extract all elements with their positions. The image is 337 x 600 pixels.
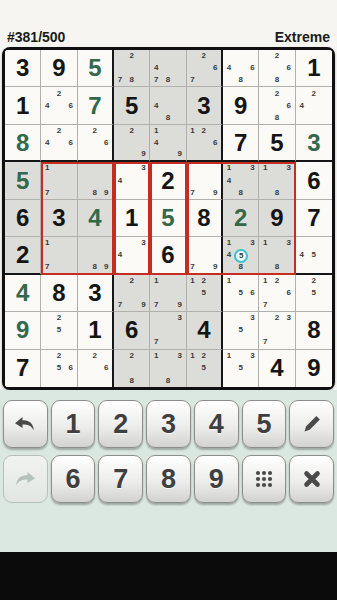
cell-r7c6[interactable]: 125 <box>187 275 223 312</box>
pencil-mark: 7 <box>187 187 198 199</box>
pencil-mark: 4 <box>223 249 235 261</box>
pencil-mark: 8 <box>126 74 138 86</box>
pencil-mark: 9 <box>210 261 221 273</box>
cell-r8c2[interactable]: 25 <box>41 312 77 349</box>
given-value: 6 <box>161 243 174 267</box>
pencil-mark: 7 <box>259 336 271 348</box>
given-value: 7 <box>307 206 320 230</box>
pencil-mark: 8 <box>235 74 247 86</box>
pencil-mark: 7 <box>41 187 53 199</box>
cell-r3c3[interactable]: 26 <box>78 125 114 162</box>
cell-r5c3[interactable]: 4 <box>78 200 114 237</box>
cell-r2c7[interactable]: 9 <box>223 87 259 124</box>
number-button-4[interactable]: 4 <box>194 400 239 448</box>
pencil-mark: 4 <box>150 100 162 112</box>
number-button-3[interactable]: 3 <box>146 400 191 448</box>
pencil-mark: 4 <box>223 62 235 74</box>
pencil-mark: 8 <box>162 74 174 86</box>
pencil-mark: 6 <box>65 137 77 149</box>
pencil-mark: 9 <box>210 187 221 199</box>
given-value: 9 <box>270 206 283 230</box>
pencil-mark: 6 <box>210 62 221 74</box>
undo-button[interactable] <box>3 400 48 448</box>
given-value: 6 <box>16 206 29 230</box>
pencil-mark: 8 <box>235 261 247 273</box>
pencil-mark: 7 <box>187 261 198 273</box>
cell-r4c1[interactable]: 5 <box>5 162 41 199</box>
pencil-mark: 5 <box>235 324 247 336</box>
cell-r6c6[interactable]: 79 <box>187 237 223 274</box>
cell-r4c8[interactable]: 138 <box>259 162 295 199</box>
cell-r2c8[interactable]: 268 <box>259 87 295 124</box>
pencil-mark: 6 <box>283 62 295 74</box>
pencil-mark: 1 <box>150 350 162 362</box>
pencil-mark: 2 <box>271 87 283 99</box>
pencil-mark: 8 <box>271 112 283 124</box>
cell-r9c1[interactable]: 7 <box>5 350 41 387</box>
pencil-mark: 2 <box>53 350 65 362</box>
pencil-mark: 1 <box>223 162 235 174</box>
cell-r9c5[interactable]: 138 <box>150 350 186 387</box>
cell-r4c9[interactable]: 6 <box>296 162 332 199</box>
cell-r7c7[interactable]: 156 <box>223 275 259 312</box>
pencil-mark: 7 <box>114 74 126 86</box>
cell-r2c2[interactable]: 246 <box>41 87 77 124</box>
given-value: 3 <box>52 206 65 230</box>
cell-r4c4[interactable]: 34 <box>114 162 150 199</box>
entered-value: 4 <box>16 281 29 305</box>
pencil-mark: 6 <box>65 100 77 112</box>
entered-value: 3 <box>307 131 320 155</box>
pencil-button[interactable] <box>289 400 334 448</box>
cell-r2c6[interactable]: 3 <box>187 87 223 124</box>
toolbar-row-2: 6 7 8 9 <box>3 455 334 503</box>
pencil-mark: 1 <box>150 125 162 137</box>
pencil-mark: 6 <box>101 137 112 149</box>
pencil-mark: 5 <box>53 362 65 374</box>
entered-value: 5 <box>88 56 101 80</box>
difficulty-label: Extreme <box>275 29 330 45</box>
entered-value: 4 <box>88 206 101 230</box>
pencil-mark: 5 <box>308 287 320 299</box>
cell-r8c9[interactable]: 8 <box>296 312 332 349</box>
cell-r3c1[interactable]: 8 <box>5 125 41 162</box>
cell-r3c6[interactable]: 126 <box>187 125 223 162</box>
redo-button[interactable] <box>3 455 48 503</box>
cell-r8c5[interactable]: 37 <box>150 312 186 349</box>
given-value: 2 <box>161 169 174 193</box>
given-value: 1 <box>88 318 101 342</box>
sudoku-grid: 3952784782674682681124675483926824824626… <box>5 50 332 387</box>
number-button-8[interactable]: 8 <box>146 455 191 503</box>
pencil-mark: 2 <box>198 275 209 287</box>
given-value: 1 <box>307 56 320 80</box>
cell-r1c9[interactable]: 1 <box>296 50 332 87</box>
pencil-mark: 9 <box>174 148 186 160</box>
pencil-mark: 1 <box>187 350 198 362</box>
pencil-mark: 8 <box>126 374 138 386</box>
cell-r2c5[interactable]: 48 <box>150 87 186 124</box>
pencil-mark: 3 <box>174 350 186 362</box>
pencil-mark: 8 <box>271 187 283 199</box>
pencil-mark: 4 <box>114 249 126 261</box>
number-button-2[interactable]: 2 <box>98 400 143 448</box>
clear-x-icon <box>299 466 325 492</box>
cell-r6c3[interactable]: 89 <box>78 237 114 274</box>
pencil-mark: 6 <box>283 100 295 112</box>
cell-r5c8[interactable]: 9 <box>259 200 295 237</box>
pencil-mark: 5 <box>198 287 209 299</box>
pencil-mark: 2 <box>126 50 138 62</box>
pencil-mark: 4 <box>296 100 308 112</box>
cell-r3c2[interactable]: 246 <box>41 125 77 162</box>
pencil-mark: 7 <box>187 74 198 86</box>
pencil-mark: 1 <box>223 350 235 362</box>
cell-r4c6[interactable]: 79 <box>187 162 223 199</box>
cell-r8c1[interactable]: 9 <box>5 312 41 349</box>
cell-r1c6[interactable]: 267 <box>187 50 223 87</box>
entered-value: 7 <box>88 94 101 118</box>
cell-r5c5[interactable]: 5 <box>150 200 186 237</box>
pencil-mark: 6 <box>283 287 295 299</box>
ad-bar: HAY DAY 号召所有 青年到农村去 做个农民 <box>0 552 337 600</box>
cell-r7c1[interactable]: 4 <box>5 275 41 312</box>
given-value: 7 <box>234 131 247 155</box>
puzzle-number: #381/500 <box>7 29 65 45</box>
cell-r9c6[interactable]: 125 <box>187 350 223 387</box>
cell-r1c4[interactable]: 278 <box>114 50 150 87</box>
pencil-mark: 8 <box>162 374 174 386</box>
cell-r5c4[interactable]: 1 <box>114 200 150 237</box>
number-button-6[interactable]: 6 <box>51 455 96 503</box>
given-value: 3 <box>197 94 210 118</box>
pencil-mark: 7 <box>150 299 162 311</box>
given-value: 5 <box>270 131 283 155</box>
given-value: 7 <box>16 356 29 380</box>
cell-r7c8[interactable]: 1267 <box>259 275 295 312</box>
cell-r6c2[interactable]: 17 <box>41 237 77 274</box>
given-value: 4 <box>270 356 283 380</box>
clear-button[interactable] <box>289 455 334 503</box>
given-value: 1 <box>125 206 138 230</box>
cell-r3c9[interactable]: 3 <box>296 125 332 162</box>
cell-r7c9[interactable]: 25 <box>296 275 332 312</box>
toolbar-row-1: 1 2 3 4 5 <box>3 400 334 448</box>
pencil-mark: 3 <box>247 312 259 324</box>
pencil-mark: 4 <box>150 62 162 74</box>
given-value: 3 <box>88 281 101 305</box>
cell-r8c6[interactable]: 4 <box>187 312 223 349</box>
number-button-9[interactable]: 9 <box>194 455 239 503</box>
header: #381/500 Extreme <box>0 27 337 47</box>
keypad-button[interactable] <box>242 455 287 503</box>
cell-r7c3[interactable]: 3 <box>78 275 114 312</box>
pencil-mark: 2 <box>271 275 283 287</box>
pencil-mark: 4 <box>41 137 53 149</box>
pencil-mark: 2 <box>53 312 65 324</box>
cell-r3c7[interactable]: 7 <box>223 125 259 162</box>
pencil-mark: 7 <box>41 261 53 273</box>
cell-r9c9[interactable]: 9 <box>296 350 332 387</box>
pencil-mark: 1 <box>259 237 271 249</box>
cell-r2c9[interactable]: 24 <box>296 87 332 124</box>
pencil-mark: 8 <box>162 112 174 124</box>
cell-r8c7[interactable]: 35 <box>223 312 259 349</box>
pencil-mark: 4 <box>150 137 162 149</box>
cell-r6c9[interactable]: 45 <box>296 237 332 274</box>
pencil-mark: 7 <box>150 336 162 348</box>
pencil-mark: 3 <box>247 237 259 249</box>
pencil-mark: 2 <box>89 350 100 362</box>
cell-r6c7[interactable]: 13458 <box>223 237 259 274</box>
pencil-mark: 2 <box>308 87 320 99</box>
cell-r1c5[interactable]: 478 <box>150 50 186 87</box>
cell-r5c7[interactable]: 2 <box>223 200 259 237</box>
pencil-mark: 3 <box>247 162 259 174</box>
pencil-mark: 8 <box>271 74 283 86</box>
pencil-mark: 5 <box>308 249 320 261</box>
cell-r9c3[interactable]: 26 <box>78 350 114 387</box>
cell-r3c8[interactable]: 5 <box>259 125 295 162</box>
pencil-mark: 4 <box>114 174 126 186</box>
cell-r6c4[interactable]: 34 <box>114 237 150 274</box>
cell-r5c2[interactable]: 3 <box>41 200 77 237</box>
pencil-mark: 2 <box>126 125 138 137</box>
app-screen: { "game": "sudoku", "app": "sudoku-andro… <box>0 0 337 600</box>
pencil-mark: 1 <box>41 162 53 174</box>
entered-value: 2 <box>234 206 247 230</box>
cell-r6c5[interactable]: 6 <box>150 237 186 274</box>
pencil-mark: 5 <box>198 362 209 374</box>
cell-r3c5[interactable]: 149 <box>150 125 186 162</box>
pencil-mark: 1 <box>187 275 198 287</box>
cell-r2c4[interactable]: 5 <box>114 87 150 124</box>
given-value: 8 <box>307 318 320 342</box>
pencil-mark: 9 <box>101 187 112 199</box>
pencil-mark: 1 <box>223 275 235 287</box>
pencil-mark: 2 <box>198 350 209 362</box>
pencil-mark: 3 <box>174 312 186 324</box>
pencil-mark: 5 <box>235 287 247 299</box>
given-value: 2 <box>16 243 29 267</box>
pencil-mark: 3 <box>283 162 295 174</box>
given-value: 8 <box>197 206 210 230</box>
cell-r8c4[interactable]: 6 <box>114 312 150 349</box>
pencil-mark: 2 <box>126 275 138 287</box>
pencil-mark: 2 <box>308 275 320 287</box>
given-value: 9 <box>234 94 247 118</box>
cell-r4c2[interactable]: 17 <box>41 162 77 199</box>
cell-r7c2[interactable]: 8 <box>41 275 77 312</box>
pencil-mark: 7 <box>150 74 162 86</box>
pencil-mark: 1 <box>187 125 198 137</box>
pencil-mark: 9 <box>138 299 150 311</box>
pencil-mark: 2 <box>271 50 283 62</box>
cell-r5c1[interactable]: 6 <box>5 200 41 237</box>
entered-value: 5 <box>16 169 29 193</box>
pencil-mark: 2 <box>271 312 283 324</box>
pencil-mark: 8 <box>89 187 100 199</box>
cell-r5c6[interactable]: 8 <box>187 200 223 237</box>
cell-r1c8[interactable]: 268 <box>259 50 295 87</box>
pencil-mark: 2 <box>53 125 65 137</box>
cell-r2c3[interactable]: 7 <box>78 87 114 124</box>
pencil-icon <box>299 411 325 437</box>
number-button-5[interactable]: 5 <box>242 400 287 448</box>
undo-icon <box>12 411 38 437</box>
given-value: 6 <box>307 169 320 193</box>
given-value: 4 <box>197 318 210 342</box>
pencil-mark: 3 <box>247 350 259 362</box>
pencil-mark: 2 <box>198 125 209 137</box>
pencil-mark: 2 <box>198 50 209 62</box>
pencil-mark: 9 <box>138 148 150 160</box>
pencil-mark: 1 <box>259 162 271 174</box>
pencil-mark: 9 <box>101 261 112 273</box>
given-value: 6 <box>125 318 138 342</box>
pencil-mark: 3 <box>283 312 295 324</box>
pencil-mark: 1 <box>259 275 271 287</box>
pencil-mark: 8 <box>89 261 100 273</box>
pencil-mark: 3 <box>138 237 150 249</box>
pencil-mark: 3 <box>138 162 150 174</box>
number-button-7[interactable]: 7 <box>98 455 143 503</box>
pencil-mark: 3 <box>283 237 295 249</box>
pencil-mark: 4 <box>296 249 308 261</box>
cell-r4c3[interactable]: 89 <box>78 162 114 199</box>
cell-r5c9[interactable]: 7 <box>296 200 332 237</box>
pencil-mark: 4 <box>41 100 53 112</box>
pencil-mark: 9 <box>174 299 186 311</box>
pencil-mark: 4 <box>223 174 235 186</box>
given-value: 8 <box>52 281 65 305</box>
number-button-1[interactable]: 1 <box>51 400 96 448</box>
given-value: 9 <box>307 356 320 380</box>
cell-r1c2[interactable]: 9 <box>41 50 77 87</box>
cell-r7c4[interactable]: 279 <box>114 275 150 312</box>
pencil-mark: 6 <box>247 62 259 74</box>
cell-r6c1[interactable]: 2 <box>5 237 41 274</box>
pencil-mark: 5 <box>53 324 65 336</box>
cell-r9c2[interactable]: 256 <box>41 350 77 387</box>
given-value: 1 <box>16 94 29 118</box>
pencil-mark: 6 <box>210 137 221 149</box>
cell-r3c4[interactable]: 29 <box>114 125 150 162</box>
pencil-mark: 1 <box>223 237 235 249</box>
cell-r6c8[interactable]: 138 <box>259 237 295 274</box>
entered-value: 9 <box>16 318 29 342</box>
cell-r2c1[interactable]: 1 <box>5 87 41 124</box>
pencil-mark: 5 <box>235 362 247 374</box>
entered-value: 5 <box>161 206 174 230</box>
pencil-mark: 7 <box>259 299 271 311</box>
redo-icon <box>12 466 38 492</box>
pencil-mark: 6 <box>101 362 112 374</box>
pencil-mark: 2 <box>126 350 138 362</box>
cell-r9c8[interactable]: 4 <box>259 350 295 387</box>
pencil-mark: 8 <box>235 187 247 199</box>
given-value: 3 <box>16 56 29 80</box>
pencil-mark: 2 <box>89 125 100 137</box>
given-value: 9 <box>52 56 65 80</box>
pencil-mark: 1 <box>41 237 53 249</box>
pencil-mark: 8 <box>271 261 283 273</box>
pencil-mark: 6 <box>65 362 77 374</box>
cell-r1c3[interactable]: 5 <box>78 50 114 87</box>
given-value: 5 <box>125 94 138 118</box>
cell-r4c5[interactable]: 2 <box>150 162 186 199</box>
cell-r9c4[interactable]: 28 <box>114 350 150 387</box>
entered-value: 8 <box>16 131 29 155</box>
cell-r1c1[interactable]: 3 <box>5 50 41 87</box>
cell-r7c5[interactable]: 179 <box>150 275 186 312</box>
sudoku-board: 3952784782674682681124675483926824824626… <box>2 47 335 390</box>
cell-r4c7[interactable]: 1348 <box>223 162 259 199</box>
cell-r9c7[interactable]: 135 <box>223 350 259 387</box>
pencil-mark: 2 <box>53 87 65 99</box>
keypad-dots-icon <box>251 466 277 492</box>
cell-r8c8[interactable]: 237 <box>259 312 295 349</box>
pencil-mark: 6 <box>247 287 259 299</box>
cell-r1c7[interactable]: 468 <box>223 50 259 87</box>
pencil-mark: 1 <box>150 275 162 287</box>
pencil-mark: 7 <box>114 299 126 311</box>
cell-r8c3[interactable]: 1 <box>78 312 114 349</box>
